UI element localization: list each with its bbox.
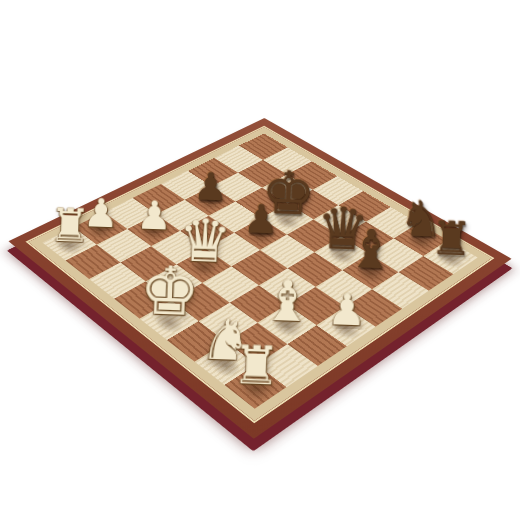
black-rook-glyph: ♜ [430,215,473,262]
black-bishop-glyph: ♝ [346,222,395,277]
black-pawn-glyph: ♟ [193,166,228,205]
chess-board: ♞♜♚♛♝♟♟♟♟♛♝♟♜♚♞♜ [8,118,511,439]
chess-photo-scene: ♞♜♚♛♝♟♟♟♟♛♝♟♜♚♞♜ [0,0,520,520]
white-bishop-glyph: ♝ [262,272,314,330]
board-border: ♞♜♚♛♝♟♟♟♟♛♝♟♜♚♞♜ [8,118,511,439]
white-pawn-glyph: ♟ [326,287,366,332]
white-rook-glyph: ♜ [231,337,280,392]
white-king-glyph: ♚ [139,256,202,325]
white-rook-glyph: ♜ [49,201,92,248]
white-pawn-glyph: ♟ [136,194,173,234]
black-pawn-glyph: ♟ [243,198,280,238]
playing-field: ♞♜♚♛♝♟♟♟♟♛♝♟♜♚♞♜ [42,133,477,408]
